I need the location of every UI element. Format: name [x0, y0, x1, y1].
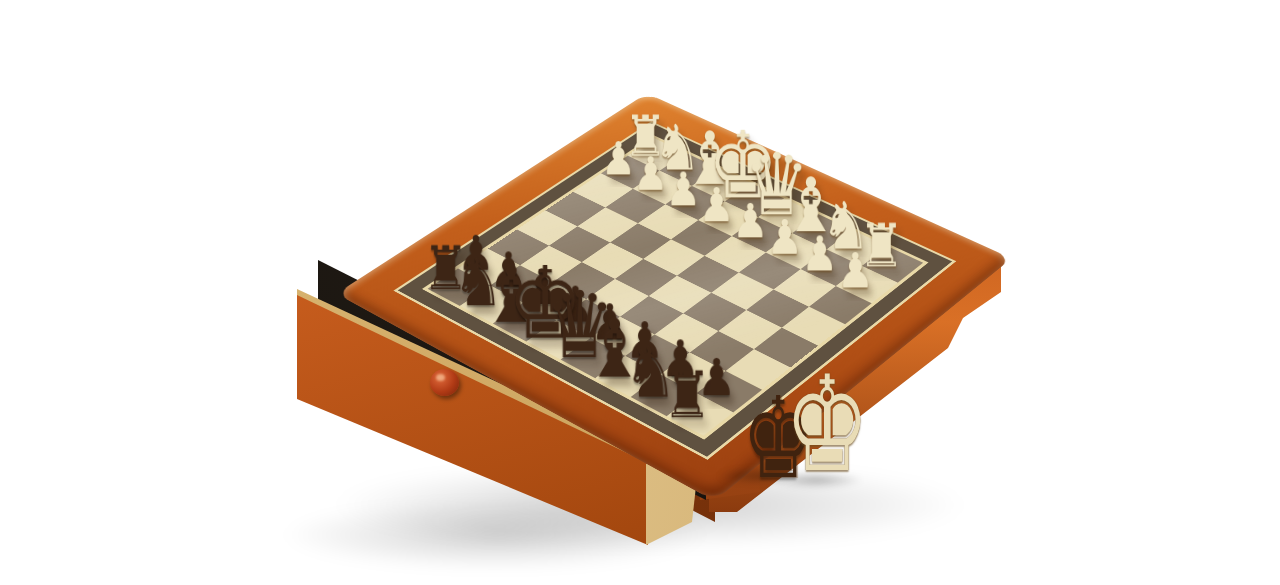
white-king-spare[interactable]: ♚: [785, 358, 870, 490]
product-photo-scene: ♜♞♝♚♛♝♞♜♟♟♟♟♟♟♟♟♟♟♟♟♟♟♟♟♜♞♝♚♛♝♞♜ ♚♚: [0, 0, 1280, 585]
spare-pieces: ♚♚: [0, 0, 1280, 585]
